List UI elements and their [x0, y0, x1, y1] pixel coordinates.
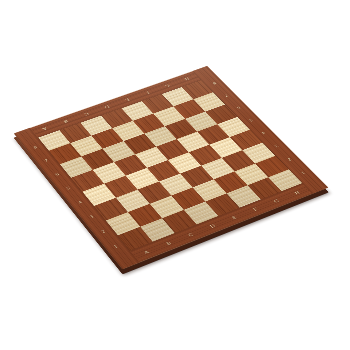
- square-f3[interactable]: [201, 158, 234, 179]
- chess-board: ABCDEFGH ABCDEFGH 12345678 12345678: [14, 66, 328, 269]
- square-h1[interactable]: [268, 169, 302, 191]
- square-d1[interactable]: [184, 202, 218, 225]
- square-c1[interactable]: [162, 210, 197, 233]
- square-g1[interactable]: [248, 177, 282, 199]
- square-b5[interactable]: [93, 162, 126, 184]
- board-squares-grid: [38, 80, 302, 250]
- square-e1[interactable]: [205, 193, 239, 216]
- photo-background: ABCDEFGH ABCDEFGH 12345678 12345678: [0, 0, 350, 350]
- square-f1[interactable]: [227, 185, 261, 207]
- square-h2[interactable]: [255, 156, 289, 177]
- square-b1[interactable]: [140, 218, 175, 241]
